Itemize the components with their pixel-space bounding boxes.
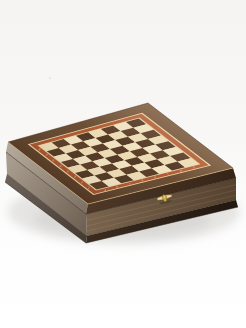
background-speck bbox=[49, 77, 51, 79]
chess-box: a8b7c6d5e4f3g2h1 bbox=[0, 0, 246, 328]
product-photo: a8b7c6d5e4f3g2h1 bbox=[0, 0, 246, 328]
